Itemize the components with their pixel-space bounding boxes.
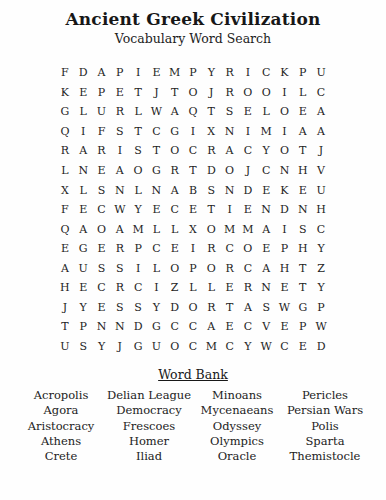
- grid-cell[interactable]: R: [92, 141, 110, 161]
- grid-cell[interactable]: C: [239, 141, 257, 161]
- grid-cell[interactable]: I: [275, 219, 293, 239]
- grid-cell[interactable]: D: [202, 161, 220, 181]
- grid-cell[interactable]: I: [129, 258, 147, 278]
- grid-cell[interactable]: C: [239, 258, 257, 278]
- grid-cell[interactable]: T: [220, 298, 238, 318]
- grid-cell[interactable]: Q: [56, 219, 74, 239]
- grid-cell[interactable]: Y: [312, 239, 330, 259]
- grid-cell[interactable]: N: [147, 180, 165, 200]
- grid-cell[interactable]: L: [74, 180, 92, 200]
- grid-cell[interactable]: E: [92, 298, 110, 318]
- grid-cell[interactable]: M: [257, 122, 275, 142]
- grid-cell[interactable]: L: [166, 219, 184, 239]
- grid-cell[interactable]: I: [275, 83, 293, 103]
- grid-cell[interactable]: E: [111, 83, 129, 103]
- grid-cell[interactable]: E: [166, 239, 184, 259]
- grid-cell[interactable]: O: [184, 298, 202, 318]
- grid-cell[interactable]: S: [257, 298, 275, 318]
- grid-cell[interactable]: R: [111, 102, 129, 122]
- grid-cell[interactable]: K: [275, 63, 293, 83]
- word-bank-column: PericlesPersian WarsPolisSpartaThemistoc…: [281, 388, 369, 464]
- grid-cell[interactable]: J: [312, 141, 330, 161]
- grid-cell[interactable]: H: [294, 239, 312, 259]
- grid-cell[interactable]: P: [129, 239, 147, 259]
- grid-cell[interactable]: A: [111, 219, 129, 239]
- grid-cell[interactable]: C: [92, 278, 110, 298]
- grid-cell[interactable]: A: [202, 317, 220, 337]
- grid-cell[interactable]: N: [220, 122, 238, 142]
- grid-cell[interactable]: J: [56, 298, 74, 318]
- word-bank-item: Odyssey: [193, 419, 281, 434]
- word-bank-item: Agora: [17, 403, 105, 418]
- word-bank-heading: Word Bank: [0, 367, 386, 383]
- grid-cell[interactable]: R: [202, 141, 220, 161]
- grid-cell[interactable]: I: [239, 63, 257, 83]
- grid-cell[interactable]: X: [56, 180, 74, 200]
- grid-cell[interactable]: W: [257, 337, 275, 357]
- grid-cell[interactable]: E: [257, 180, 275, 200]
- grid-cell[interactable]: P: [184, 63, 202, 83]
- grid-cell[interactable]: A: [56, 258, 74, 278]
- word-bank-item: Acropolis: [17, 388, 105, 403]
- grid-cell[interactable]: S: [92, 180, 110, 200]
- word-bank-column: Delian LeagueDemocracyFrescoesHomerIliad: [105, 388, 193, 464]
- grid-cell[interactable]: E: [74, 83, 92, 103]
- grid-cell[interactable]: X: [184, 219, 202, 239]
- grid-cell[interactable]: I: [220, 200, 238, 220]
- grid-cell[interactable]: S: [294, 219, 312, 239]
- grid-cell[interactable]: N: [275, 161, 293, 181]
- grid-cell[interactable]: W: [275, 298, 293, 318]
- grid-cell[interactable]: O: [275, 141, 293, 161]
- grid-cell[interactable]: N: [257, 200, 275, 220]
- word-bank-item: Olympics: [193, 434, 281, 449]
- grid-cell[interactable]: C: [129, 278, 147, 298]
- grid-cell[interactable]: C: [312, 219, 330, 239]
- grid-cell[interactable]: L: [147, 219, 165, 239]
- grid-cell[interactable]: T: [294, 278, 312, 298]
- grid-cell[interactable]: C: [257, 63, 275, 83]
- grid-cell[interactable]: S: [74, 337, 92, 357]
- grid-cell[interactable]: J: [147, 83, 165, 103]
- grid-cell[interactable]: V: [257, 317, 275, 337]
- grid-cell[interactable]: R: [220, 63, 238, 83]
- grid-cell[interactable]: S: [220, 102, 238, 122]
- grid-cell[interactable]: R: [239, 278, 257, 298]
- grid-cell[interactable]: T: [294, 258, 312, 278]
- word-bank-columns: AcropolisAgoraAristocracyAthensCreteDeli…: [17, 388, 369, 464]
- grid-cell[interactable]: N: [257, 278, 275, 298]
- grid-cell[interactable]: U: [312, 180, 330, 200]
- grid-cell[interactable]: Y: [74, 298, 92, 318]
- grid-cell[interactable]: A: [257, 219, 275, 239]
- grid-cell[interactable]: O: [166, 337, 184, 357]
- grid-cell[interactable]: U: [56, 337, 74, 357]
- grid-cell[interactable]: T: [129, 122, 147, 142]
- grid-cell[interactable]: W: [312, 317, 330, 337]
- grid-cell[interactable]: T: [129, 83, 147, 103]
- grid-cell[interactable]: Y: [239, 337, 257, 357]
- word-search-worksheet: Ancient Greek Civilization Vocabulary Wo…: [0, 0, 386, 500]
- grid-cell[interactable]: S: [129, 141, 147, 161]
- grid-cell[interactable]: O: [202, 219, 220, 239]
- grid-cell[interactable]: A: [166, 180, 184, 200]
- grid-cell[interactable]: P: [294, 63, 312, 83]
- grid-cell[interactable]: J: [202, 83, 220, 103]
- grid-cell[interactable]: E: [294, 180, 312, 200]
- word-bank-item: Delian League: [105, 388, 193, 403]
- word-bank-item: Iliad: [105, 449, 193, 464]
- grid-cell[interactable]: F: [92, 122, 110, 142]
- grid-cell[interactable]: G: [56, 102, 74, 122]
- word-bank-item: Homer: [105, 434, 193, 449]
- grid-cell[interactable]: E: [294, 337, 312, 357]
- word-bank-item: Pericles: [281, 388, 369, 403]
- grid-cell[interactable]: Y: [312, 278, 330, 298]
- word-bank-item: Oracle: [193, 449, 281, 464]
- word-bank-item: Frescoes: [105, 419, 193, 434]
- grid-cell[interactable]: C: [166, 317, 184, 337]
- grid-cell[interactable]: C: [184, 317, 202, 337]
- word-bank-item: Athens: [17, 434, 105, 449]
- grid-cell[interactable]: U: [147, 337, 165, 357]
- grid-cell[interactable]: I: [184, 239, 202, 259]
- grid-cell[interactable]: O: [92, 219, 110, 239]
- grid-cell[interactable]: L: [147, 258, 165, 278]
- grid-cell[interactable]: I: [147, 278, 165, 298]
- grid-cell[interactable]: A: [257, 258, 275, 278]
- grid-cell[interactable]: D: [74, 63, 92, 83]
- grid-cell[interactable]: K: [275, 180, 293, 200]
- grid-cell[interactable]: O: [275, 102, 293, 122]
- grid-cell[interactable]: O: [166, 258, 184, 278]
- grid-cell[interactable]: G: [129, 337, 147, 357]
- word-bank-item: Mycenaeans: [193, 403, 281, 418]
- grid-cell[interactable]: E: [147, 200, 165, 220]
- grid-cell[interactable]: C: [184, 141, 202, 161]
- grid-cell[interactable]: N: [220, 180, 238, 200]
- grid-cell[interactable]: N: [294, 200, 312, 220]
- grid-cell[interactable]: E: [184, 200, 202, 220]
- grid-cell[interactable]: E: [74, 200, 92, 220]
- grid-cell[interactable]: Y: [202, 63, 220, 83]
- worksheet-header: Ancient Greek Civilization Vocabulary Wo…: [0, 0, 386, 47]
- grid-cell[interactable]: S: [111, 298, 129, 318]
- grid-cell[interactable]: Y: [257, 141, 275, 161]
- grid-cell[interactable]: E: [147, 63, 165, 83]
- grid-cell[interactable]: H: [312, 200, 330, 220]
- grid-cell[interactable]: Z: [166, 278, 184, 298]
- word-bank-item: Themistocle: [281, 449, 369, 464]
- grid-cell[interactable]: D: [312, 337, 330, 357]
- grid-cell[interactable]: R: [202, 239, 220, 259]
- grid-cell[interactable]: C: [92, 200, 110, 220]
- grid-cell[interactable]: E: [56, 239, 74, 259]
- grid-cell[interactable]: O: [184, 83, 202, 103]
- grid-cell[interactable]: P: [184, 258, 202, 278]
- grid-cell[interactable]: M: [166, 63, 184, 83]
- grid-cell[interactable]: M: [129, 219, 147, 239]
- grid-cell[interactable]: R: [56, 141, 74, 161]
- grid-cell[interactable]: Y: [147, 298, 165, 318]
- grid-cell[interactable]: L: [129, 102, 147, 122]
- grid-cell[interactable]: C: [147, 122, 165, 142]
- grid-cell[interactable]: L: [202, 278, 220, 298]
- grid-cell[interactable]: C: [312, 83, 330, 103]
- word-bank-item: Polis: [281, 419, 369, 434]
- grid-cell[interactable]: C: [220, 337, 238, 357]
- grid-cell[interactable]: R: [111, 239, 129, 259]
- grid-cell[interactable]: H: [56, 278, 74, 298]
- grid-cell[interactable]: E: [92, 161, 110, 181]
- grid-cell[interactable]: E: [294, 102, 312, 122]
- grid-cell[interactable]: T: [166, 83, 184, 103]
- grid-cell[interactable]: G: [294, 298, 312, 318]
- grid-cell[interactable]: M: [220, 219, 238, 239]
- grid-cell[interactable]: W: [147, 102, 165, 122]
- grid-cell[interactable]: B: [184, 180, 202, 200]
- word-bank-item: Persian Wars: [281, 403, 369, 418]
- grid-cell[interactable]: H: [275, 258, 293, 278]
- grid-cell[interactable]: G: [74, 239, 92, 259]
- grid-cell[interactable]: S: [111, 122, 129, 142]
- grid-cell[interactable]: M: [202, 337, 220, 357]
- grid-cell[interactable]: I: [239, 122, 257, 142]
- grid-cell[interactable]: O: [166, 141, 184, 161]
- grid-cell[interactable]: W: [111, 200, 129, 220]
- word-bank-column: MinoansMycenaeansOdysseyOlympicsOracle: [193, 388, 281, 464]
- grid-cell[interactable]: U: [74, 258, 92, 278]
- grid-cell[interactable]: E: [220, 317, 238, 337]
- grid-cell[interactable]: R: [220, 83, 238, 103]
- grid-cell[interactable]: L: [129, 180, 147, 200]
- grid-cell[interactable]: S: [129, 298, 147, 318]
- grid-cell[interactable]: A: [111, 161, 129, 181]
- grid-cell[interactable]: O: [202, 258, 220, 278]
- grid-cell[interactable]: T: [147, 141, 165, 161]
- grid-cell[interactable]: Y: [129, 200, 147, 220]
- grid-cell[interactable]: E: [220, 278, 238, 298]
- grid-cell[interactable]: N: [111, 317, 129, 337]
- grid-cell[interactable]: L: [56, 161, 74, 181]
- grid-cell[interactable]: V: [312, 161, 330, 181]
- grid-cell[interactable]: E: [275, 278, 293, 298]
- word-bank-item: Crete: [17, 449, 105, 464]
- grid-cell[interactable]: I: [129, 63, 147, 83]
- grid-cell[interactable]: O: [129, 161, 147, 181]
- grid-cell[interactable]: E: [275, 317, 293, 337]
- grid-cell[interactable]: K: [56, 83, 74, 103]
- page-title: Ancient Greek Civilization: [0, 9, 386, 30]
- grid-cell[interactable]: G: [166, 122, 184, 142]
- grid-cell[interactable]: Q: [184, 102, 202, 122]
- grid-cell[interactable]: E: [92, 239, 110, 259]
- grid-cell[interactable]: C: [147, 239, 165, 259]
- grid-cell[interactable]: U: [92, 102, 110, 122]
- grid-cell[interactable]: I: [111, 141, 129, 161]
- grid-cell[interactable]: R: [202, 298, 220, 318]
- grid-cell[interactable]: O: [220, 161, 238, 181]
- grid-cell[interactable]: D: [166, 298, 184, 318]
- grid-cell[interactable]: P: [312, 298, 330, 318]
- grid-cell[interactable]: I: [74, 122, 92, 142]
- grid-cell[interactable]: A: [294, 122, 312, 142]
- grid-cell[interactable]: G: [147, 317, 165, 337]
- grid-cell[interactable]: O: [239, 83, 257, 103]
- grid-cell[interactable]: N: [74, 161, 92, 181]
- word-bank-item: Sparta: [281, 434, 369, 449]
- grid-cell[interactable]: O: [239, 239, 257, 259]
- grid-cell[interactable]: Y: [92, 337, 110, 357]
- grid-cell[interactable]: C: [166, 200, 184, 220]
- grid-cell[interactable]: D: [275, 200, 293, 220]
- grid-cell[interactable]: P: [74, 317, 92, 337]
- grid-cell[interactable]: N: [92, 317, 110, 337]
- grid-cell[interactable]: O: [257, 83, 275, 103]
- grid-cell[interactable]: P: [294, 317, 312, 337]
- grid-cell[interactable]: G: [147, 161, 165, 181]
- word-bank: Word Bank AcropolisAgoraAristocracyAthen…: [0, 367, 386, 464]
- grid-cell[interactable]: U: [312, 63, 330, 83]
- grid-cell[interactable]: J: [111, 337, 129, 357]
- grid-cell[interactable]: E: [257, 239, 275, 259]
- grid-cell[interactable]: T: [294, 141, 312, 161]
- grid-cell[interactable]: L: [294, 83, 312, 103]
- grid-cell[interactable]: A: [312, 102, 330, 122]
- grid-cell[interactable]: Z: [312, 258, 330, 278]
- grid-cell[interactable]: E: [239, 102, 257, 122]
- grid-cell[interactable]: A: [312, 122, 330, 142]
- grid-cell[interactable]: E: [74, 278, 92, 298]
- grid-cell[interactable]: L: [257, 102, 275, 122]
- grid-cell[interactable]: L: [184, 278, 202, 298]
- grid-cell[interactable]: F: [56, 200, 74, 220]
- grid-cell[interactable]: S: [202, 180, 220, 200]
- grid-cell[interactable]: P: [111, 63, 129, 83]
- grid-cell[interactable]: A: [166, 102, 184, 122]
- grid-cell[interactable]: X: [202, 122, 220, 142]
- grid-cell[interactable]: C: [239, 317, 257, 337]
- grid-cell[interactable]: C: [275, 337, 293, 357]
- grid-cell[interactable]: C: [184, 337, 202, 357]
- grid-cell[interactable]: L: [74, 102, 92, 122]
- grid-cell[interactable]: T: [56, 317, 74, 337]
- word-search-grid: FDAPIEMPYRICKPUKEPETJTOJROOILCGLURLWAQTS…: [56, 63, 331, 356]
- grid-cell[interactable]: J: [239, 161, 257, 181]
- grid-cell[interactable]: C: [220, 239, 238, 259]
- word-bank-item: Democracy: [105, 403, 193, 418]
- grid-cell[interactable]: N: [111, 180, 129, 200]
- grid-cell[interactable]: Q: [56, 122, 74, 142]
- grid-cell[interactable]: E: [239, 200, 257, 220]
- grid-cell[interactable]: F: [56, 63, 74, 83]
- grid-cell[interactable]: A: [220, 141, 238, 161]
- grid-cell[interactable]: D: [239, 180, 257, 200]
- grid-cell[interactable]: R: [111, 278, 129, 298]
- word-bank-item: Minoans: [193, 388, 281, 403]
- grid-cell[interactable]: A: [74, 141, 92, 161]
- grid-cell[interactable]: T: [202, 102, 220, 122]
- grid-cell[interactable]: P: [92, 83, 110, 103]
- grid-cell[interactable]: R: [166, 161, 184, 181]
- word-bank-column: AcropolisAgoraAristocracyAthensCrete: [17, 388, 105, 464]
- grid-cell[interactable]: M: [239, 219, 257, 239]
- grid-cell[interactable]: P: [275, 239, 293, 259]
- grid-cell[interactable]: A: [92, 63, 110, 83]
- grid-cell[interactable]: R: [220, 258, 238, 278]
- grid-cell[interactable]: I: [184, 122, 202, 142]
- grid-cell[interactable]: A: [74, 219, 92, 239]
- word-bank-item: Aristocracy: [17, 419, 105, 434]
- grid-cell[interactable]: C: [257, 161, 275, 181]
- grid-cell[interactable]: H: [294, 161, 312, 181]
- grid-cell[interactable]: T: [202, 200, 220, 220]
- grid-cell[interactable]: A: [239, 298, 257, 318]
- grid-cell[interactable]: D: [129, 317, 147, 337]
- grid-cell[interactable]: S: [111, 258, 129, 278]
- grid-cell[interactable]: S: [92, 258, 110, 278]
- grid-cell[interactable]: T: [184, 161, 202, 181]
- grid-cell[interactable]: I: [275, 122, 293, 142]
- page-subtitle: Vocabulary Word Search: [0, 31, 386, 47]
